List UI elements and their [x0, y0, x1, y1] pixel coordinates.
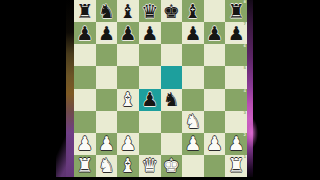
piece-white-rook[interactable]: ♜: [228, 156, 245, 175]
piece-white-queen[interactable]: ♛: [141, 156, 158, 175]
piece-black-bishop[interactable]: ♝: [120, 2, 137, 21]
piece-white-bishop[interactable]: ♝: [120, 90, 137, 109]
square-f8[interactable]: ♝: [182, 0, 204, 22]
letterbox-bottom: [0, 177, 320, 180]
square-e4[interactable]: ♞: [161, 89, 183, 111]
square-b4[interactable]: [96, 89, 118, 111]
square-a7[interactable]: ♟: [74, 22, 96, 44]
square-b2[interactable]: ♟: [96, 133, 118, 155]
piece-black-knight[interactable]: ♞: [163, 90, 180, 109]
piece-black-king[interactable]: ♚: [163, 2, 180, 21]
square-f3[interactable]: ♞: [182, 111, 204, 133]
square-c6[interactable]: [117, 44, 139, 66]
piece-black-pawn[interactable]: ♟: [120, 24, 137, 43]
piece-white-knight[interactable]: ♞: [98, 156, 115, 175]
square-d2[interactable]: [139, 133, 161, 155]
video-frame: ♜♞♝♛♚♝♜8♟♟♟♟♟♟♟765♝♟♞4♞3♟♟♟♟♟♟2♜♞♝♛♚♜1: [0, 0, 320, 180]
piece-black-pawn[interactable]: ♟: [98, 24, 115, 43]
square-h6[interactable]: 6: [225, 44, 247, 66]
square-c1[interactable]: ♝: [117, 155, 139, 177]
rank-label-5: 5: [244, 66, 247, 70]
square-a5[interactable]: [74, 66, 96, 88]
square-e3[interactable]: [161, 111, 183, 133]
piece-white-knight[interactable]: ♞: [184, 112, 201, 131]
square-h3[interactable]: 3: [225, 111, 247, 133]
square-b6[interactable]: [96, 44, 118, 66]
square-f4[interactable]: [182, 89, 204, 111]
square-d3[interactable]: [139, 111, 161, 133]
square-e5[interactable]: [161, 66, 183, 88]
piece-white-pawn[interactable]: ♟: [120, 134, 137, 153]
square-c2[interactable]: ♟: [117, 133, 139, 155]
square-f2[interactable]: ♟: [182, 133, 204, 155]
square-c3[interactable]: [117, 111, 139, 133]
piece-white-pawn[interactable]: ♟: [98, 134, 115, 153]
piece-black-knight[interactable]: ♞: [98, 2, 115, 21]
square-f1[interactable]: [182, 155, 204, 177]
square-g6[interactable]: [204, 44, 226, 66]
square-e8[interactable]: ♚: [161, 0, 183, 22]
square-h4[interactable]: 4: [225, 89, 247, 111]
square-b1[interactable]: ♞: [96, 155, 118, 177]
piece-black-queen[interactable]: ♛: [141, 2, 158, 21]
square-a2[interactable]: ♟: [74, 133, 96, 155]
square-b8[interactable]: ♞: [96, 0, 118, 22]
square-h1[interactable]: ♜1: [225, 155, 247, 177]
square-g8[interactable]: [204, 0, 226, 22]
rank-label-6: 6: [244, 44, 247, 48]
piece-white-pawn[interactable]: ♟: [228, 134, 245, 153]
square-c7[interactable]: ♟: [117, 22, 139, 44]
piece-black-pawn[interactable]: ♟: [141, 90, 158, 109]
square-a6[interactable]: [74, 44, 96, 66]
square-h2[interactable]: ♟2: [225, 133, 247, 155]
square-g4[interactable]: [204, 89, 226, 111]
square-f7[interactable]: ♟: [182, 22, 204, 44]
piece-white-pawn[interactable]: ♟: [206, 134, 223, 153]
piece-black-bishop[interactable]: ♝: [184, 2, 201, 21]
square-d4[interactable]: ♟: [139, 89, 161, 111]
piece-black-pawn[interactable]: ♟: [228, 24, 245, 43]
square-d8[interactable]: ♛: [139, 0, 161, 22]
background-blur-strip-right: [247, 0, 253, 180]
rank-label-1: 1: [244, 155, 247, 159]
square-h7[interactable]: ♟7: [225, 22, 247, 44]
piece-white-king[interactable]: ♚: [163, 156, 180, 175]
square-f6[interactable]: [182, 44, 204, 66]
square-d1[interactable]: ♛: [139, 155, 161, 177]
square-b7[interactable]: ♟: [96, 22, 118, 44]
square-a3[interactable]: [74, 111, 96, 133]
square-g5[interactable]: [204, 66, 226, 88]
rank-label-8: 8: [244, 0, 247, 4]
piece-black-pawn[interactable]: ♟: [184, 24, 201, 43]
square-c8[interactable]: ♝: [117, 0, 139, 22]
rank-label-2: 2: [244, 133, 247, 137]
square-a4[interactable]: [74, 89, 96, 111]
square-c4[interactable]: ♝: [117, 89, 139, 111]
square-h5[interactable]: 5: [225, 66, 247, 88]
piece-white-bishop[interactable]: ♝: [120, 156, 137, 175]
square-b3[interactable]: [96, 111, 118, 133]
square-g2[interactable]: ♟: [204, 133, 226, 155]
square-g1[interactable]: [204, 155, 226, 177]
piece-black-pawn[interactable]: ♟: [206, 24, 223, 43]
square-d7[interactable]: ♟: [139, 22, 161, 44]
square-a8[interactable]: ♜: [74, 0, 96, 22]
square-c5[interactable]: [117, 66, 139, 88]
square-g3[interactable]: [204, 111, 226, 133]
square-a1[interactable]: ♜: [74, 155, 96, 177]
piece-black-rook[interactable]: ♜: [228, 2, 245, 21]
square-e1[interactable]: ♚: [161, 155, 183, 177]
piece-white-pawn[interactable]: ♟: [184, 134, 201, 153]
square-d6[interactable]: [139, 44, 161, 66]
rank-label-7: 7: [244, 22, 247, 26]
square-h8[interactable]: ♜8: [225, 0, 247, 22]
chess-board: ♜♞♝♛♚♝♜8♟♟♟♟♟♟♟765♝♟♞4♞3♟♟♟♟♟♟2♜♞♝♛♚♜1: [74, 0, 247, 177]
square-g7[interactable]: ♟: [204, 22, 226, 44]
background-purple-wedge: [56, 100, 76, 180]
square-e2[interactable]: [161, 133, 183, 155]
piece-black-rook[interactable]: ♜: [76, 2, 93, 21]
rank-label-3: 3: [244, 111, 247, 115]
square-e6[interactable]: [161, 44, 183, 66]
rank-label-4: 4: [244, 89, 247, 93]
square-b5[interactable]: [96, 66, 118, 88]
square-d5[interactable]: [139, 66, 161, 88]
piece-white-pawn[interactable]: ♟: [76, 134, 93, 153]
piece-white-rook[interactable]: ♜: [76, 156, 93, 175]
piece-black-pawn[interactable]: ♟: [141, 24, 158, 43]
square-e7[interactable]: [161, 22, 183, 44]
square-f5[interactable]: [182, 66, 204, 88]
piece-black-pawn[interactable]: ♟: [76, 24, 93, 43]
